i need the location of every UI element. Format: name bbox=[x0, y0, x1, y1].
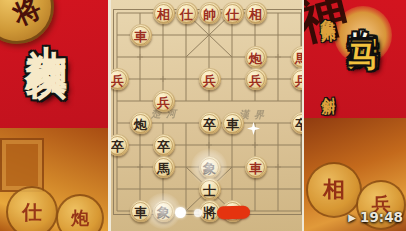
piece-red-elephant[interactable]: 相 bbox=[245, 2, 267, 24]
piece-black-pawn[interactable]: 卒 bbox=[108, 134, 129, 156]
piece-red-chariot[interactable]: 車 bbox=[245, 156, 267, 178]
left-banner: 仕 炮 将 大神象棋 bbox=[0, 0, 108, 231]
piece-black-cannon[interactable]: 炮 bbox=[130, 112, 152, 134]
duration-text: 19:48 bbox=[360, 209, 403, 225]
play-icon: ▶ bbox=[348, 212, 356, 223]
piece-red-elephant[interactable]: 相 bbox=[153, 2, 175, 24]
decor-piece: 炮 bbox=[56, 194, 104, 231]
piece-red-pawn[interactable]: 兵 bbox=[199, 68, 221, 90]
piece-black-chariot[interactable]: 車 bbox=[130, 200, 152, 222]
video-title: 中炮对屏风马 bbox=[348, 5, 378, 23]
piece-red-chariot[interactable]: 車 bbox=[130, 24, 152, 46]
piece-red-horse[interactable]: 馬 bbox=[291, 46, 305, 68]
piece-black-pawn[interactable]: 卒 bbox=[153, 134, 175, 156]
piece-red-pawn[interactable]: 兵 bbox=[245, 68, 267, 90]
piece-black-elephant[interactable]: 象 bbox=[153, 200, 175, 222]
sub-brand-text: 创新 bbox=[321, 86, 335, 91]
piece-black-horse[interactable]: 馬 bbox=[153, 156, 175, 178]
video-thumbnail[interactable]: 仕 炮 将 大神象棋 楚河 漢界 相仕帥仕相車炮馬兵兵兵兵兵炮卒車卒卒卒馬象車士… bbox=[0, 0, 406, 231]
carved-relief-decor bbox=[0, 138, 44, 192]
right-banner: 相 兵 神 象棋大师 创新 中炮对屏风马 ▶ 19:48 bbox=[304, 0, 406, 231]
piece-red-advisor[interactable]: 仕 bbox=[176, 2, 198, 24]
move-effect-dot bbox=[175, 207, 186, 218]
xiangqi-board[interactable]: 楚河 漢界 相仕帥仕相車炮馬兵兵兵兵兵炮卒車卒卒卒馬象車士車象將士 bbox=[108, 0, 304, 231]
piece-red-cannon[interactable]: 炮 bbox=[245, 46, 267, 68]
move-effect-dot bbox=[194, 209, 202, 217]
piece-black-chariot[interactable]: 車 bbox=[222, 112, 244, 134]
pieces-grid: 相仕帥仕相車炮馬兵兵兵兵兵炮卒車卒卒卒馬象車士車象將士 bbox=[108, 2, 304, 222]
piece-black-pawn[interactable]: 卒 bbox=[199, 112, 221, 134]
duration-badge: ▶ 19:48 bbox=[348, 209, 403, 225]
piece-black-pawn[interactable]: 卒 bbox=[291, 112, 305, 134]
left-photo-background: 仕 炮 bbox=[0, 128, 108, 231]
piece-red-general[interactable]: 帥 bbox=[199, 2, 221, 24]
decor-piece: 仕 bbox=[6, 186, 58, 231]
channel-title: 大神象棋 bbox=[23, 12, 69, 28]
piece-red-advisor[interactable]: 仕 bbox=[222, 2, 244, 24]
piece-black-elephant[interactable]: 象 bbox=[199, 156, 221, 178]
piece-red-pawn[interactable]: 兵 bbox=[153, 90, 175, 112]
piece-black-advisor[interactable]: 士 bbox=[199, 178, 221, 200]
piece-red-pawn[interactable]: 兵 bbox=[291, 68, 305, 90]
piece-red-pawn[interactable]: 兵 bbox=[108, 68, 129, 90]
red-marker-bar bbox=[217, 205, 250, 219]
brand-text: 象棋大师 bbox=[319, 7, 335, 20]
